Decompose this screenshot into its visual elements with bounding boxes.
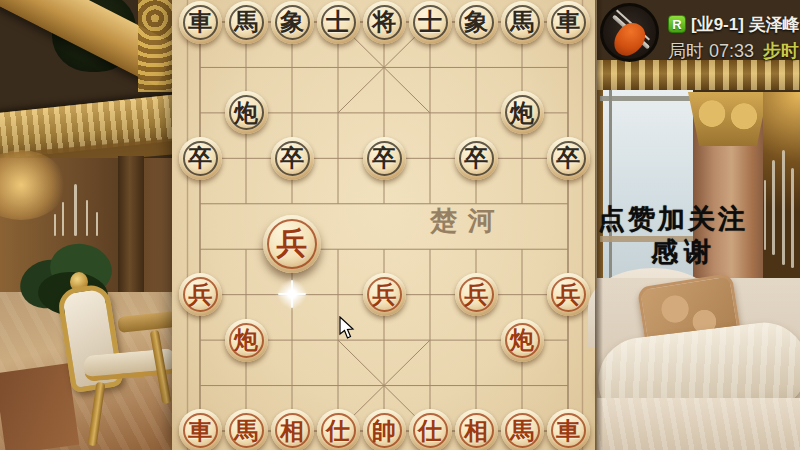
piece-black-卒-4,3[interactable]: 卒	[363, 137, 406, 180]
piece-black-馬-7,0[interactable]: 馬	[501, 1, 544, 44]
piece-red-帥-4,9[interactable]: 帥	[363, 409, 406, 450]
piece-character: 炮	[234, 97, 258, 129]
piece-character: 炮	[510, 97, 534, 129]
floor-shadow	[0, 363, 79, 450]
player-name: 吴泽峰	[749, 15, 800, 34]
move-timer-label: 步时	[763, 39, 799, 63]
piece-character: 兵	[188, 279, 212, 311]
piece-character: 車	[188, 415, 212, 447]
violin-icon	[608, 17, 651, 61]
piece-black-卒-8,3[interactable]: 卒	[547, 137, 590, 180]
gold-corinthian-capital	[688, 92, 768, 146]
piece-character: 馬	[234, 6, 258, 38]
gold-molding-band	[597, 60, 800, 90]
piece-character: 卒	[464, 142, 488, 174]
piece-red-炮-7,7[interactable]: 炮	[501, 319, 544, 362]
gold-leaf-ornament	[138, 0, 172, 92]
piece-red-仕-5,9[interactable]: 仕	[409, 409, 452, 450]
piece-red-兵-8,6[interactable]: 兵	[547, 273, 590, 316]
xiangqi-board[interactable]: 楚河 漢界	[172, 0, 597, 450]
piece-red-相-2,9[interactable]: 相	[271, 409, 314, 450]
piece-character: 馬	[234, 415, 258, 447]
piece-black-士-3,0[interactable]: 士	[317, 1, 360, 44]
piece-character: 象	[280, 6, 304, 38]
piece-character: 車	[188, 6, 212, 38]
move-origin-sparkle	[277, 279, 307, 309]
piece-red-車-8,9[interactable]: 車	[547, 409, 590, 450]
piece-character: 卒	[188, 142, 212, 174]
piece-character: 士	[326, 6, 350, 38]
sofa-front-cushion	[597, 398, 800, 450]
piece-character: 馬	[510, 6, 534, 38]
window-mullion	[600, 96, 693, 101]
piece-red-兵-4,6[interactable]: 兵	[363, 273, 406, 316]
piece-character: 兵	[372, 279, 396, 311]
piece-black-車-0,0[interactable]: 車	[179, 1, 222, 44]
piece-black-馬-1,0[interactable]: 馬	[225, 1, 268, 44]
crystal-candelabra	[50, 158, 106, 236]
player-name-line: [业9-1] 吴泽峰	[691, 13, 800, 36]
piece-character: 兵	[556, 279, 580, 311]
stream-screenshot: 楚河 漢界 車馬象士将士象馬車炮炮卒卒卒卒卒兵兵兵兵兵炮炮車馬相仕帥仕相馬車 R…	[0, 0, 800, 450]
piece-black-炮-7,2[interactable]: 炮	[501, 91, 544, 134]
piece-red-兵-2,5[interactable]: 兵	[263, 215, 321, 273]
piece-character: 兵	[277, 223, 308, 265]
piece-character: 卒	[280, 142, 304, 174]
piece-character: 炮	[510, 324, 534, 356]
piece-character: 仕	[418, 415, 442, 447]
piece-character: 馬	[510, 415, 534, 447]
piece-black-士-5,0[interactable]: 士	[409, 1, 452, 44]
piece-character: 卒	[556, 142, 580, 174]
piece-black-将-4,0[interactable]: 将	[363, 1, 406, 44]
mouse-cursor-icon	[339, 316, 356, 340]
player-avatar[interactable]	[600, 3, 659, 62]
piece-black-象-2,0[interactable]: 象	[271, 1, 314, 44]
rating-badge-icon: R	[668, 15, 686, 33]
piece-red-炮-1,7[interactable]: 炮	[225, 319, 268, 362]
caption-line2: 感谢	[598, 236, 794, 269]
wood-pillar	[118, 156, 144, 306]
piece-character: 士	[418, 6, 442, 38]
piece-character: 仕	[326, 415, 350, 447]
piece-red-馬-1,9[interactable]: 馬	[225, 409, 268, 450]
piece-character: 車	[556, 415, 580, 447]
river-label-chu: 楚河	[430, 203, 506, 239]
piece-red-兵-6,6[interactable]: 兵	[455, 273, 498, 316]
piece-red-車-0,9[interactable]: 車	[179, 409, 222, 450]
piece-black-炮-1,2[interactable]: 炮	[225, 91, 268, 134]
piece-character: 帥	[372, 415, 396, 447]
piece-black-卒-6,3[interactable]: 卒	[455, 137, 498, 180]
piece-red-兵-0,6[interactable]: 兵	[179, 273, 222, 316]
piece-character: 車	[556, 6, 580, 38]
piece-red-馬-7,9[interactable]: 馬	[501, 409, 544, 450]
caption-line1: 点赞加关注	[598, 204, 748, 234]
player-rank: [业9-1]	[691, 15, 744, 34]
piece-character: 炮	[234, 324, 258, 356]
piece-red-相-6,9[interactable]: 相	[455, 409, 498, 450]
game-timer: 局时 07:33	[668, 39, 754, 63]
piece-black-車-8,0[interactable]: 車	[547, 1, 590, 44]
piece-character: 相	[464, 415, 488, 447]
piece-red-仕-3,9[interactable]: 仕	[317, 409, 360, 450]
piece-character: 兵	[464, 279, 488, 311]
piece-black-卒-0,3[interactable]: 卒	[179, 137, 222, 180]
piece-black-象-6,0[interactable]: 象	[455, 1, 498, 44]
game-timer-value: 07:33	[709, 41, 754, 61]
board-grid-lines	[172, 0, 597, 450]
piece-character: 卒	[372, 142, 396, 174]
piece-character: 象	[464, 6, 488, 38]
piece-black-卒-2,3[interactable]: 卒	[271, 137, 314, 180]
stream-caption: 点赞加关注 感谢	[598, 203, 794, 269]
piece-character: 相	[280, 415, 304, 447]
game-timer-label: 局时	[668, 41, 704, 61]
piece-character: 将	[372, 6, 396, 38]
